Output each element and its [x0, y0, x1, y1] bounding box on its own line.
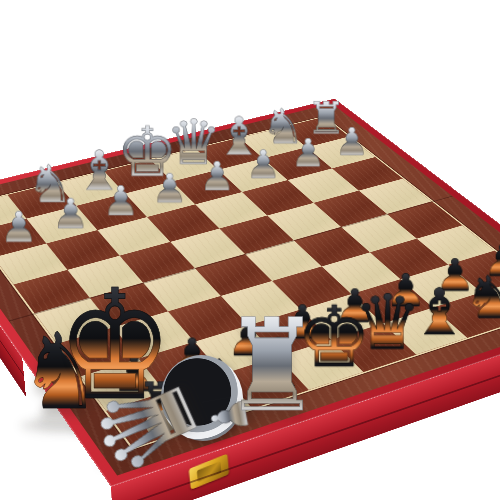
chess-set-product-photo: ♜♞♝♚♛♝♞♜♟♟♟♟♟♟♟♟♟♟♟♟♟♟♟♟♜♞♝♚♛♝♞♜ ♞♚♛♟♜ — [0, 0, 500, 500]
foreground-silver-rook-standing: ♜ — [223, 302, 321, 430]
foreground-display-pieces: ♞♚♛♟♜ — [0, 0, 500, 500]
